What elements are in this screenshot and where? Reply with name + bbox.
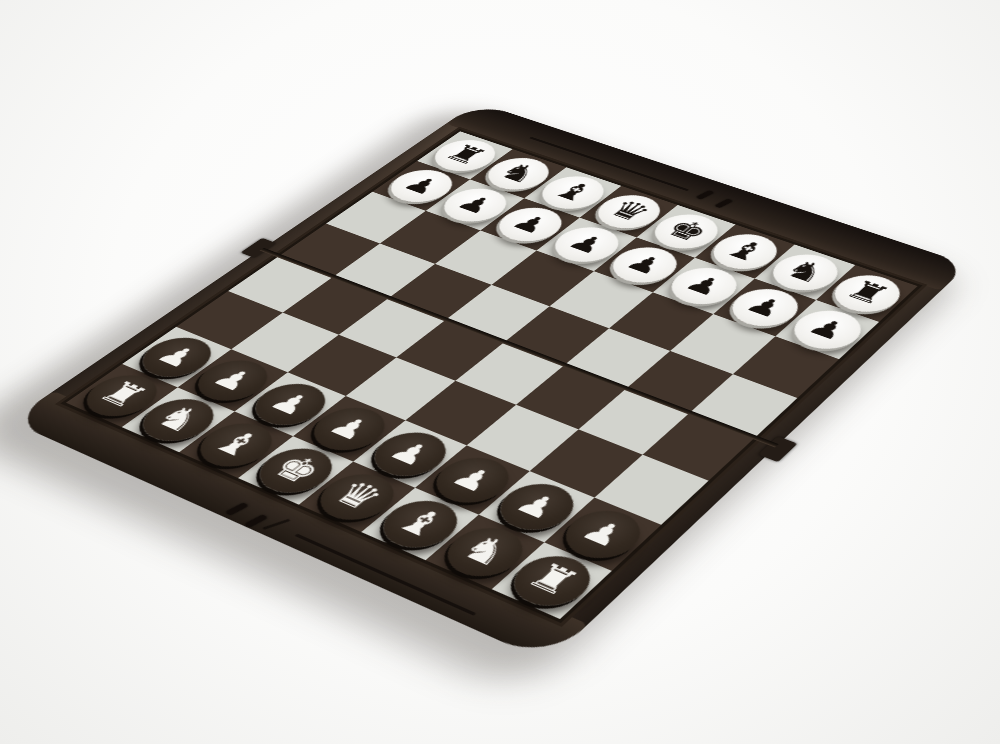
black-p-glyph-icon: ♟ [206, 364, 261, 395]
white-p-glyph-icon: ♟ [563, 230, 612, 257]
black-n-glyph-icon: ♞ [452, 529, 520, 572]
black-p-glyph-icon: ♟ [322, 411, 378, 444]
white-p-glyph-icon: ♟ [506, 210, 555, 236]
black-r-glyph-icon: ♜ [91, 376, 155, 413]
white-k-glyph-icon: ♚ [659, 215, 715, 246]
black-p-glyph-icon: ♟ [264, 387, 319, 419]
white-p-glyph-icon: ♟ [398, 173, 446, 198]
black-r-glyph-icon: ♜ [519, 557, 587, 602]
white-n-glyph-icon: ♞ [491, 159, 546, 188]
white-b-glyph-icon: ♝ [717, 235, 774, 267]
white-n-glyph-icon: ♞ [777, 255, 834, 287]
white-r-glyph-icon: ♜ [438, 141, 493, 169]
black-k-glyph-icon: ♚ [264, 449, 330, 489]
white-p-glyph-icon: ♟ [451, 191, 500, 217]
white-q-glyph-icon: ♛ [602, 196, 658, 226]
black-p-glyph-icon: ♟ [575, 515, 633, 552]
black-p-glyph-icon: ♟ [151, 341, 205, 372]
white-p-glyph-icon: ♟ [680, 271, 730, 299]
white-p-glyph-icon: ♟ [740, 292, 791, 321]
black-b-glyph-icon: ♝ [387, 502, 454, 544]
product-photo-scene: ♜♞♝♛♚♝♞♜♟♟♟♟♟♟♟♟♟♟♟♟♟♟♟♟♜♞♝♚♛♝♞♜ [0, 0, 1000, 744]
white-r-glyph-icon: ♜ [839, 276, 897, 309]
black-q-glyph-icon: ♛ [325, 475, 392, 516]
white-p-glyph-icon: ♟ [803, 314, 854, 344]
black-b-glyph-icon: ♝ [204, 424, 269, 463]
black-p-glyph-icon: ♟ [445, 461, 502, 496]
black-n-glyph-icon: ♞ [147, 400, 212, 438]
white-b-glyph-icon: ♝ [546, 177, 601, 206]
chess-set-pose: ♜♞♝♛♚♝♞♜♟♟♟♟♟♟♟♟♟♟♟♟♟♟♟♟♜♞♝♚♛♝♞♜ [66, 131, 918, 619]
black-p-glyph-icon: ♟ [509, 488, 566, 524]
black-p-glyph-icon: ♟ [383, 436, 439, 470]
white-p-glyph-icon: ♟ [620, 250, 670, 278]
